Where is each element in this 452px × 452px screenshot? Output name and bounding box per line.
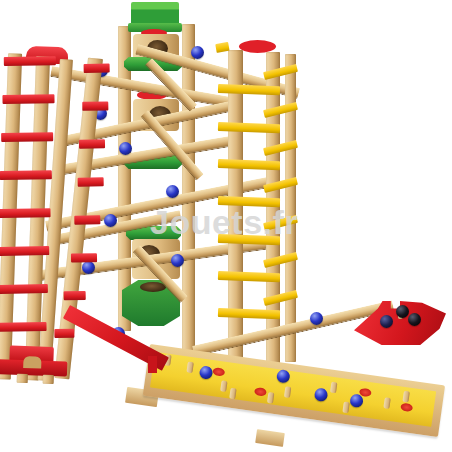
marble bbox=[380, 315, 393, 328]
marble bbox=[408, 313, 421, 326]
red-rung bbox=[2, 94, 54, 104]
red-rung bbox=[0, 284, 48, 294]
red-ramp-end-wall bbox=[148, 356, 157, 373]
red-rung-tab bbox=[54, 329, 74, 338]
red-rung-tab bbox=[79, 139, 105, 148]
marble bbox=[171, 254, 184, 267]
red-rung-tab bbox=[84, 63, 110, 72]
marble bbox=[191, 46, 204, 59]
tray-foot bbox=[255, 429, 285, 447]
base-arch bbox=[23, 356, 41, 369]
marble-run-photo: Jouets.fr bbox=[0, 0, 452, 452]
red-rung bbox=[0, 246, 49, 256]
red-rung-tab bbox=[71, 253, 97, 262]
red-rung-tab bbox=[74, 215, 100, 224]
marble bbox=[166, 185, 179, 198]
marble bbox=[310, 312, 323, 325]
red-rung-tab bbox=[78, 177, 104, 186]
red-rung bbox=[0, 322, 47, 332]
marble bbox=[119, 142, 132, 155]
red-rung bbox=[4, 56, 56, 66]
red-rung bbox=[1, 132, 53, 142]
post-nub bbox=[17, 374, 28, 383]
red-rung bbox=[0, 208, 51, 218]
red-rung-tab bbox=[64, 291, 86, 300]
left-tower bbox=[0, 0, 120, 452]
watermark-text: Jouets.fr bbox=[150, 203, 298, 242]
red-rung-tab bbox=[82, 101, 108, 110]
marble bbox=[396, 305, 409, 318]
post-nub bbox=[43, 375, 54, 384]
red-rung bbox=[0, 170, 52, 180]
middle-tower-post-left bbox=[118, 26, 131, 331]
